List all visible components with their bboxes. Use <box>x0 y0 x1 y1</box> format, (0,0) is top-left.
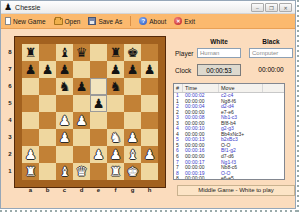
square-h6[interactable] <box>141 78 158 95</box>
white-bishop: ♝ <box>127 148 139 161</box>
about-info-icon: ? <box>139 17 147 25</box>
square-b6[interactable] <box>39 78 56 95</box>
white-column-header: White <box>197 38 241 45</box>
square-f1[interactable]: ♜ <box>107 163 124 180</box>
square-e4[interactable] <box>90 112 107 129</box>
square-d8[interactable]: ♛ <box>73 44 90 61</box>
black-pawn: ♟ <box>25 63 37 76</box>
rank-label-3: 3 <box>6 129 14 146</box>
white-queen: ♛ <box>76 165 88 178</box>
file-label-e: e <box>90 187 107 193</box>
square-a7[interactable]: ♟ <box>22 61 39 78</box>
square-g2[interactable]: ♝ <box>124 146 141 163</box>
square-a2[interactable]: ♟ <box>22 146 39 163</box>
square-b2[interactable] <box>39 146 56 163</box>
square-b4[interactable] <box>39 112 56 129</box>
black-pawn: ♟ <box>127 63 139 76</box>
white-pawn: ♟ <box>59 131 71 144</box>
about-label: About <box>149 18 166 25</box>
title-bar: ♟ Chessie – ❐ ✕ <box>1 1 295 14</box>
about-button[interactable]: ? About <box>139 17 166 25</box>
square-e2[interactable]: ♟ <box>90 146 107 163</box>
square-c4[interactable]: ♟ <box>56 112 73 129</box>
square-h1[interactable] <box>141 163 158 180</box>
square-a5[interactable] <box>22 95 39 112</box>
square-d7[interactable] <box>73 61 90 78</box>
square-a8[interactable]: ♜ <box>22 44 39 61</box>
square-g6[interactable] <box>124 78 141 95</box>
square-f4[interactable] <box>107 112 124 129</box>
move-row-8-black[interactable]: 800:00:00e6-e5 <box>174 176 284 180</box>
square-a6[interactable] <box>22 78 39 95</box>
new-game-label: New Game <box>13 18 46 25</box>
square-b8[interactable] <box>39 44 56 61</box>
file-label-g: g <box>124 187 141 193</box>
square-e7[interactable] <box>90 61 107 78</box>
col-time: Time <box>183 84 219 92</box>
black-pawn: ♟ <box>59 63 71 76</box>
window-title: Chessie <box>15 4 40 11</box>
square-h8[interactable] <box>141 44 158 61</box>
square-c2[interactable] <box>56 146 73 163</box>
square-a3[interactable] <box>22 129 39 146</box>
black-rook: ♜ <box>110 46 122 59</box>
chess-board: ♜♝♛♜♚♟♟♟♟♟♟♞♟♞♟♟♟♟♞♟♟♟♟♝♟♜♝♛♜♚ <box>15 37 165 187</box>
black-king: ♚ <box>127 46 139 59</box>
status-bar: Middle Game - White to play <box>177 185 295 196</box>
rank-labels: 87654321 <box>6 44 14 180</box>
square-b7[interactable]: ♟ <box>39 61 56 78</box>
white-rook: ♜ <box>110 165 122 178</box>
square-f3[interactable]: ♞ <box>107 129 124 146</box>
player-label: Player <box>175 50 193 57</box>
file-label-a: a <box>22 187 39 193</box>
square-c7[interactable]: ♟ <box>56 61 73 78</box>
square-c5[interactable] <box>56 95 73 112</box>
open-folder-icon <box>54 18 63 25</box>
square-h3[interactable] <box>141 129 158 146</box>
square-e3[interactable] <box>90 129 107 146</box>
square-g7[interactable]: ♟ <box>124 61 141 78</box>
square-d6[interactable]: ♟ <box>73 78 90 95</box>
white-rook: ♜ <box>25 165 37 178</box>
square-c1[interactable]: ♝ <box>56 163 73 180</box>
white-player-field[interactable]: Human <box>197 48 241 58</box>
col-empty <box>263 84 284 92</box>
square-h7[interactable]: ♟ <box>141 61 158 78</box>
square-e6[interactable] <box>90 78 107 95</box>
minimize-button[interactable]: – <box>251 3 264 12</box>
square-e8[interactable] <box>90 44 107 61</box>
maximize-button[interactable]: ❐ <box>265 3 278 12</box>
black-clock: 00:00:00 <box>249 64 293 76</box>
square-f6[interactable]: ♞ <box>107 78 124 95</box>
black-bishop: ♝ <box>59 46 71 59</box>
square-d1[interactable]: ♛ <box>73 163 90 180</box>
black-pawn: ♟ <box>93 97 105 110</box>
white-pawn: ♟ <box>127 131 139 144</box>
square-h4[interactable] <box>141 112 158 129</box>
rank-label-8: 8 <box>6 44 14 61</box>
square-d4[interactable]: ♟ <box>73 112 90 129</box>
black-knight: ♞ <box>110 80 122 93</box>
square-h2[interactable]: ♟ <box>141 146 158 163</box>
file-label-h: h <box>141 187 158 193</box>
app-window: ♟ Chessie – ❐ ✕ New Game Open Save As ? … <box>0 0 296 209</box>
square-g8[interactable]: ♚ <box>124 44 141 61</box>
white-bishop: ♝ <box>59 165 71 178</box>
square-f5[interactable] <box>107 95 124 112</box>
file-labels: abcdefgh <box>22 187 158 193</box>
white-pawn: ♟ <box>25 148 37 161</box>
square-e1[interactable] <box>90 163 107 180</box>
open-label: Open <box>65 18 81 25</box>
file-label-b: b <box>39 187 56 193</box>
rank-label-1: 1 <box>6 163 14 180</box>
square-g5[interactable] <box>124 95 141 112</box>
file-label-f: f <box>107 187 124 193</box>
toolbar-separator <box>130 16 131 26</box>
rank-label-7: 7 <box>6 61 14 78</box>
rank-label-4: 4 <box>6 112 14 129</box>
col-move: Move <box>219 84 263 92</box>
white-pawn: ♟ <box>76 114 88 127</box>
square-f2[interactable]: ♟ <box>107 146 124 163</box>
black-knight: ♞ <box>59 80 71 93</box>
floppy-disk-icon <box>88 17 96 25</box>
new-game-button[interactable]: New Game <box>5 17 46 25</box>
designer-dots-bottom <box>0 210 300 212</box>
black-column-header: Black <box>249 38 293 45</box>
square-c8[interactable]: ♝ <box>56 44 73 61</box>
black-pawn: ♟ <box>76 80 88 93</box>
black-player-field[interactable]: Computer <box>249 48 293 58</box>
col-number: # <box>174 84 183 92</box>
square-c6[interactable]: ♞ <box>56 78 73 95</box>
exit-button[interactable]: ✕ Exit <box>174 17 195 25</box>
new-page-icon <box>5 17 11 25</box>
square-c3[interactable]: ♟ <box>56 129 73 146</box>
white-pawn: ♟ <box>59 114 71 127</box>
square-g1[interactable]: ♚ <box>124 163 141 180</box>
exit-icon: ✕ <box>174 17 182 25</box>
white-king: ♚ <box>127 165 139 178</box>
designer-dots-right <box>297 0 299 213</box>
file-label-d: d <box>73 187 90 193</box>
black-rook: ♜ <box>25 46 37 59</box>
square-a4[interactable] <box>22 112 39 129</box>
white-clock: 00:00:53 <box>197 64 241 76</box>
rank-label-6: 6 <box>6 78 14 95</box>
square-a1[interactable]: ♜ <box>22 163 39 180</box>
square-b5[interactable] <box>39 95 56 112</box>
app-chess-piece-icon: ♟ <box>4 3 12 12</box>
square-d5[interactable] <box>73 95 90 112</box>
black-queen: ♛ <box>76 46 88 59</box>
save-as-label: Save As <box>98 18 122 25</box>
black-pawn: ♟ <box>42 63 54 76</box>
white-knight: ♞ <box>110 131 122 144</box>
square-e5[interactable]: ♟ <box>90 95 107 112</box>
square-b3[interactable] <box>39 129 56 146</box>
toolbar: New Game Open Save As ? About ✕ Exit <box>1 14 295 29</box>
square-g3[interactable]: ♟ <box>124 129 141 146</box>
exit-label: Exit <box>184 18 195 25</box>
black-pawn: ♟ <box>110 63 122 76</box>
square-f8[interactable]: ♜ <box>107 44 124 61</box>
clock-label: Clock <box>175 67 191 74</box>
white-pawn: ♟ <box>93 148 105 161</box>
close-button[interactable]: ✕ <box>279 3 292 12</box>
square-g4[interactable] <box>124 112 141 129</box>
square-b1[interactable] <box>39 163 56 180</box>
white-pawn: ♟ <box>144 148 156 161</box>
square-f7[interactable]: ♟ <box>107 61 124 78</box>
file-label-c: c <box>56 187 73 193</box>
save-as-button[interactable]: Save As <box>88 17 122 25</box>
square-d3[interactable] <box>73 129 90 146</box>
open-button[interactable]: Open <box>54 18 81 25</box>
move-list[interactable]: # Time Move 100:00:02c2-c4100:00:00Ng8-f… <box>173 83 285 180</box>
square-d2[interactable] <box>73 146 90 163</box>
square-h5[interactable] <box>141 95 158 112</box>
rank-label-5: 5 <box>6 95 14 112</box>
rank-label-2: 2 <box>6 146 14 163</box>
white-pawn: ♟ <box>110 148 122 161</box>
black-pawn: ♟ <box>144 63 156 76</box>
